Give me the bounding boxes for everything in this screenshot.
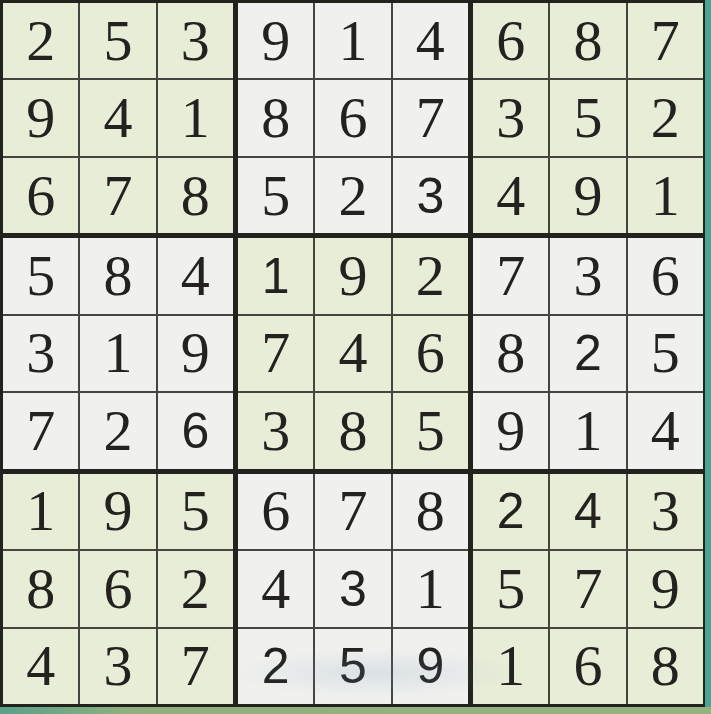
cell-r5c6[interactable]: 6 [393,316,468,391]
cell-r9c4[interactable]: 2 [238,629,313,704]
cell-r4c3[interactable]: 4 [158,238,233,313]
cell-r4c6[interactable]: 2 [393,238,468,313]
cell-r7c7[interactable]: 2 [473,474,548,549]
cell-r3c8[interactable]: 9 [550,158,625,233]
cell-r1c3[interactable]: 3 [158,3,233,78]
cell-r7c5[interactable]: 7 [315,474,390,549]
cell-r3c5[interactable]: 2 [315,158,390,233]
cell-r2c3[interactable]: 1 [158,80,233,155]
cell-r3c9[interactable]: 1 [628,158,703,233]
cell-r6c5[interactable]: 8 [315,393,390,468]
cell-r1c6[interactable]: 4 [393,3,468,78]
cell-r4c7[interactable]: 7 [473,238,548,313]
sudoku-box-8: 678431259 [238,474,468,704]
cell-r7c9[interactable]: 3 [628,474,703,549]
sudoku-box-4: 584319726 [3,238,233,468]
cell-r5c1[interactable]: 3 [3,316,78,391]
cell-r1c2[interactable]: 5 [80,3,155,78]
cell-r7c8[interactable]: 4 [550,474,625,549]
cell-r9c5[interactable]: 5 [315,629,390,704]
cell-r5c8[interactable]: 2 [550,316,625,391]
cell-r9c2[interactable]: 3 [80,629,155,704]
cell-r5c4[interactable]: 7 [238,316,313,391]
cell-r2c6[interactable]: 7 [393,80,468,155]
cell-r3c7[interactable]: 4 [473,158,548,233]
sudoku-box-6: 736825914 [473,238,703,468]
cell-r3c2[interactable]: 7 [80,158,155,233]
cell-r2c4[interactable]: 8 [238,80,313,155]
cell-r2c9[interactable]: 2 [628,80,703,155]
cell-r9c1[interactable]: 4 [3,629,78,704]
cell-r4c8[interactable]: 3 [550,238,625,313]
cell-r2c7[interactable]: 3 [473,80,548,155]
cell-r6c4[interactable]: 3 [238,393,313,468]
cell-r4c9[interactable]: 6 [628,238,703,313]
cell-r5c9[interactable]: 5 [628,316,703,391]
page-background-right-edge [705,0,711,714]
cell-r3c6[interactable]: 3 [393,158,468,233]
cell-r4c1[interactable]: 5 [3,238,78,313]
sudoku-box-1: 253941678 [3,3,233,233]
cell-r7c2[interactable]: 9 [80,474,155,549]
cell-r8c8[interactable]: 7 [550,551,625,626]
cell-r2c2[interactable]: 4 [80,80,155,155]
sudoku-box-5: 192746385 [238,238,468,468]
cell-r3c1[interactable]: 6 [3,158,78,233]
sudoku-box-3: 687352491 [473,3,703,233]
cell-r2c8[interactable]: 5 [550,80,625,155]
cell-r5c3[interactable]: 9 [158,316,233,391]
cell-r6c3[interactable]: 6 [158,393,233,468]
cell-r8c4[interactable]: 4 [238,551,313,626]
cell-r8c1[interactable]: 8 [3,551,78,626]
cell-r9c3[interactable]: 7 [158,629,233,704]
sudoku-box-7: 195862437 [3,474,233,704]
cell-r7c4[interactable]: 6 [238,474,313,549]
cell-r8c6[interactable]: 1 [393,551,468,626]
cell-r8c2[interactable]: 6 [80,551,155,626]
cell-r9c9[interactable]: 8 [628,629,703,704]
cell-r1c9[interactable]: 7 [628,3,703,78]
cell-r6c1[interactable]: 7 [3,393,78,468]
cell-r6c7[interactable]: 9 [473,393,548,468]
cell-r8c3[interactable]: 2 [158,551,233,626]
cell-r1c8[interactable]: 8 [550,3,625,78]
sudoku-box-9: 243579168 [473,474,703,704]
cell-r6c6[interactable]: 5 [393,393,468,468]
cell-r1c1[interactable]: 2 [3,3,78,78]
cell-r8c7[interactable]: 5 [473,551,548,626]
cell-r2c1[interactable]: 9 [3,80,78,155]
cell-r1c7[interactable]: 6 [473,3,548,78]
cell-r5c5[interactable]: 4 [315,316,390,391]
cell-r9c7[interactable]: 1 [473,629,548,704]
cell-r4c2[interactable]: 8 [80,238,155,313]
cell-r7c6[interactable]: 8 [393,474,468,549]
cell-r7c1[interactable]: 1 [3,474,78,549]
cell-r4c5[interactable]: 9 [315,238,390,313]
cell-r6c9[interactable]: 4 [628,393,703,468]
page-background-bottom-edge [0,707,711,714]
cell-r9c6[interactable]: 9 [393,629,468,704]
cell-r6c8[interactable]: 1 [550,393,625,468]
cell-r3c4[interactable]: 5 [238,158,313,233]
cell-r1c4[interactable]: 9 [238,3,313,78]
cell-r4c4[interactable]: 1 [238,238,313,313]
cell-r1c5[interactable]: 1 [315,3,390,78]
cell-r2c5[interactable]: 6 [315,80,390,155]
sudoku-box-2: 914867523 [238,3,468,233]
cell-r5c2[interactable]: 1 [80,316,155,391]
sudoku-board: 2539416789148675236873524915843197261927… [0,0,706,709]
cell-r9c8[interactable]: 6 [550,629,625,704]
cell-r7c3[interactable]: 5 [158,474,233,549]
cell-r8c5[interactable]: 3 [315,551,390,626]
cell-r5c7[interactable]: 8 [473,316,548,391]
cell-r8c9[interactable]: 9 [628,551,703,626]
cell-r6c2[interactable]: 2 [80,393,155,468]
cell-r3c3[interactable]: 8 [158,158,233,233]
